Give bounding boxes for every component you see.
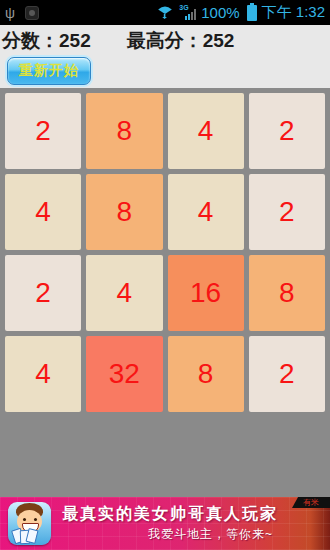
battery-percent: 100% <box>201 4 239 21</box>
usb-icon: ψ <box>5 6 15 20</box>
ad-subline: 我爱斗地主，等你来~ <box>148 526 273 543</box>
score-display: 分数：252 <box>2 28 91 54</box>
restart-button[interactable]: 重新开始 <box>7 57 91 85</box>
ad-banner[interactable]: 最真实的美女帅哥真人玩家 我爱斗地主，等你来~ 有米 <box>0 497 330 550</box>
tile-8: 8 <box>249 255 325 331</box>
score-value: 252 <box>59 30 91 51</box>
board-grid[interactable]: 284248422416843282 <box>5 93 325 412</box>
tile-8: 8 <box>86 174 162 250</box>
ad-network-badge: 有米 <box>292 497 330 508</box>
tile-2: 2 <box>249 174 325 250</box>
best-score-display: 最高分：252 <box>127 28 235 54</box>
tile-2: 2 <box>249 336 325 412</box>
tile-4: 4 <box>168 93 244 169</box>
battery-icon <box>247 5 257 21</box>
tile-4: 4 <box>5 336 81 412</box>
debug-icon <box>25 6 39 20</box>
tile-4: 4 <box>5 174 81 250</box>
toolbar: 重新开始 <box>0 57 330 88</box>
status-bar: ψ 3G 100% 下午 1:32 <box>0 0 330 25</box>
best-score-value: 252 <box>203 30 235 51</box>
tile-2: 2 <box>249 93 325 169</box>
tile-8: 8 <box>86 93 162 169</box>
score-label: 分数： <box>2 30 59 51</box>
tile-8: 8 <box>168 336 244 412</box>
tile-2: 2 <box>5 93 81 169</box>
game-board[interactable]: 284248422416843282 <box>0 88 330 497</box>
tile-2: 2 <box>5 255 81 331</box>
tile-4: 4 <box>86 255 162 331</box>
wifi-icon <box>156 5 174 20</box>
score-bar: 分数：252 最高分：252 <box>0 25 330 57</box>
tile-32: 32 <box>86 336 162 412</box>
tile-4: 4 <box>168 174 244 250</box>
ad-app-icon <box>8 502 51 545</box>
tile-16: 16 <box>168 255 244 331</box>
signal-strength-icon: 3G <box>179 4 196 21</box>
best-score-label: 最高分： <box>127 30 203 51</box>
status-clock: 下午 1:32 <box>262 3 325 22</box>
ad-headline: 最真实的美女帅哥真人玩家 <box>62 504 278 525</box>
